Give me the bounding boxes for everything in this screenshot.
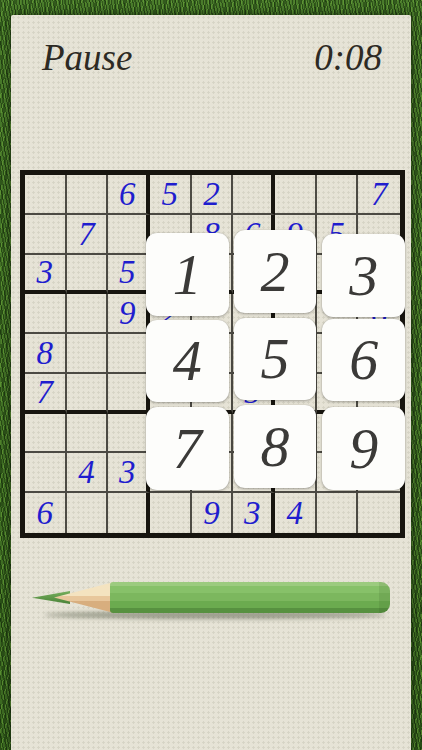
sudoku-cell[interactable]	[25, 215, 67, 255]
sudoku-cell[interactable]: 3	[25, 255, 67, 295]
sudoku-cell[interactable]	[67, 255, 109, 295]
pencil	[32, 582, 390, 613]
sudoku-cell[interactable]: 7	[67, 215, 109, 255]
sudoku-cell[interactable]: 2	[192, 175, 234, 215]
sudoku-cell[interactable]	[108, 493, 150, 533]
sudoku-cell[interactable]: 6	[108, 175, 150, 215]
sudoku-cell[interactable]	[25, 294, 67, 334]
sudoku-cell[interactable]	[108, 334, 150, 374]
sudoku-cell[interactable]	[67, 334, 109, 374]
app-screen: Pause 0:08 65277869535926875438696934 12…	[0, 0, 422, 750]
sudoku-cell[interactable]: 6	[25, 493, 67, 533]
sudoku-cell[interactable]	[108, 414, 150, 454]
sudoku-cell[interactable]: 3	[108, 453, 150, 493]
sudoku-cell[interactable]	[358, 493, 400, 533]
number-tile[interactable]: 2	[234, 230, 317, 313]
number-tile[interactable]: 4	[146, 320, 229, 403]
sudoku-cell[interactable]	[150, 493, 192, 533]
sudoku-cell[interactable]	[67, 294, 109, 334]
sudoku-cell[interactable]: 7	[358, 175, 400, 215]
sudoku-cell[interactable]: 8	[25, 334, 67, 374]
pencil-wood-cone	[54, 582, 114, 613]
sudoku-cell[interactable]	[317, 493, 359, 533]
number-tile[interactable]: 6	[322, 319, 405, 402]
sudoku-cell[interactable]	[67, 175, 109, 215]
sudoku-cell[interactable]: 4	[67, 453, 109, 493]
sudoku-cell[interactable]	[67, 374, 109, 414]
sudoku-cell[interactable]	[67, 414, 109, 454]
number-picker: 123456789	[146, 230, 404, 488]
sudoku-cell[interactable]: 4	[275, 493, 317, 533]
sudoku-cell[interactable]	[25, 414, 67, 454]
number-tile[interactable]: 3	[322, 234, 405, 317]
pencil-body	[110, 582, 390, 613]
sudoku-cell[interactable]	[25, 175, 67, 215]
number-tile[interactable]: 1	[146, 233, 229, 316]
sudoku-cell[interactable]	[233, 175, 275, 215]
pause-button[interactable]: Pause	[42, 36, 132, 79]
sudoku-cell[interactable]: 9	[192, 493, 234, 533]
sudoku-cell[interactable]	[25, 453, 67, 493]
sudoku-cell[interactable]: 5	[150, 175, 192, 215]
sudoku-cell[interactable]: 7	[25, 374, 67, 414]
number-tile[interactable]: 8	[234, 405, 317, 488]
sudoku-cell[interactable]: 9	[108, 294, 150, 334]
number-tile[interactable]: 5	[234, 318, 317, 401]
sudoku-cell[interactable]	[275, 175, 317, 215]
sudoku-cell[interactable]	[317, 175, 359, 215]
number-tile[interactable]: 9	[322, 407, 405, 490]
sudoku-cell[interactable]	[108, 374, 150, 414]
sudoku-cell[interactable]: 5	[108, 255, 150, 295]
sudoku-cell[interactable]: 3	[233, 493, 275, 533]
sudoku-cell[interactable]	[108, 215, 150, 255]
number-tile[interactable]: 7	[146, 407, 229, 490]
sudoku-cell[interactable]	[67, 493, 109, 533]
timer: 0:08	[314, 36, 382, 79]
